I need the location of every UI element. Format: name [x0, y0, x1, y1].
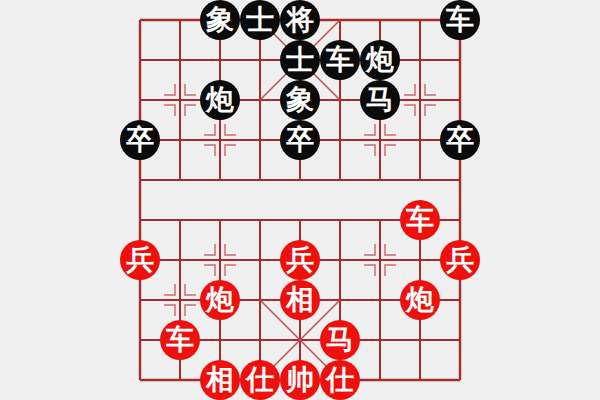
piece-black-soldier[interactable]: 卒: [120, 120, 160, 160]
piece-black-chariot[interactable]: 车: [320, 40, 360, 80]
piece-red-advisor[interactable]: 仕: [240, 360, 280, 400]
piece-red-chariot[interactable]: 车: [400, 200, 440, 240]
piece-red-general[interactable]: 帅: [280, 360, 320, 400]
piece-black-chariot[interactable]: 车: [440, 0, 480, 40]
screenshot-root: 象士将车士车炮炮象马卒卒卒车兵兵兵炮相炮车马相仕帅仕: [0, 0, 600, 400]
piece-black-soldier[interactable]: 卒: [440, 120, 480, 160]
piece-red-soldier[interactable]: 兵: [440, 240, 480, 280]
piece-black-general[interactable]: 将: [280, 0, 320, 40]
piece-black-elephant[interactable]: 象: [200, 0, 240, 40]
piece-black-advisor[interactable]: 士: [280, 40, 320, 80]
piece-black-elephant[interactable]: 象: [280, 80, 320, 120]
piece-black-advisor[interactable]: 士: [240, 0, 280, 40]
piece-layer: 象士将车士车炮炮象马卒卒卒车兵兵兵炮相炮车马相仕帅仕: [120, 0, 480, 400]
piece-red-cannon[interactable]: 炮: [200, 280, 240, 320]
piece-black-soldier[interactable]: 卒: [280, 120, 320, 160]
piece-red-cannon[interactable]: 炮: [400, 280, 440, 320]
piece-red-chariot[interactable]: 车: [160, 320, 200, 360]
piece-red-advisor[interactable]: 仕: [320, 360, 360, 400]
piece-red-elephant[interactable]: 相: [200, 360, 240, 400]
piece-red-horse[interactable]: 马: [320, 320, 360, 360]
piece-red-soldier[interactable]: 兵: [280, 240, 320, 280]
piece-black-horse[interactable]: 马: [360, 80, 400, 120]
piece-black-cannon[interactable]: 炮: [200, 80, 240, 120]
piece-red-soldier[interactable]: 兵: [120, 240, 160, 280]
piece-black-cannon[interactable]: 炮: [360, 40, 400, 80]
xiangqi-board[interactable]: 象士将车士车炮炮象马卒卒卒车兵兵兵炮相炮车马相仕帅仕: [120, 0, 480, 400]
piece-red-elephant[interactable]: 相: [280, 280, 320, 320]
